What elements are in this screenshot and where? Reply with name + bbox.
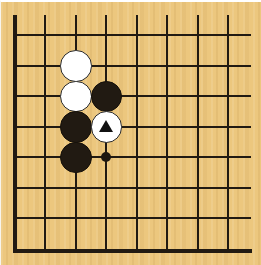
stone-white-C7 xyxy=(61,51,91,82)
stone-white-D5 xyxy=(91,112,121,143)
hoshi-dot xyxy=(101,152,111,162)
triangle-marker-icon xyxy=(99,120,113,132)
black-stone xyxy=(60,111,92,143)
white-stone xyxy=(91,111,123,143)
black-stone xyxy=(60,142,92,174)
stone-black-C5 xyxy=(61,112,91,143)
black-stone xyxy=(91,81,123,113)
star-point-D4 xyxy=(91,142,121,173)
go-diagram xyxy=(0,0,261,265)
white-stone xyxy=(60,81,92,113)
stone-black-C4 xyxy=(61,142,91,173)
go-board xyxy=(0,20,243,264)
stone-black-D6 xyxy=(91,81,121,112)
white-stone xyxy=(60,50,92,82)
stone-white-C6 xyxy=(61,81,91,112)
